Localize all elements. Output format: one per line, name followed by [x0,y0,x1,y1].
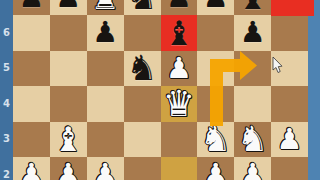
piece-white-pawn-g2[interactable]: ♟ [240,160,266,180]
piece-black-knight-d5[interactable]: ♞ [126,51,157,86]
square-e2[interactable] [161,157,198,180]
piece-white-rook-c7[interactable]: ♜ [90,0,120,14]
square-h4[interactable] [271,86,308,122]
piece-white-bishop-b3[interactable]: ♝ [53,122,83,156]
piece-white-pawn-f2[interactable]: ♟ [203,160,229,180]
square-g4[interactable] [234,86,271,122]
cell-g6: ♟ [234,15,271,51]
cell-e6: ♝ [161,15,198,51]
rank-label-5: 5 [0,63,13,73]
piece-white-knight-g3[interactable]: ♞ [237,122,268,157]
piece-black-pawn-f7[interactable]: ♟ [203,0,229,12]
cell-b7: ♟ [50,0,87,15]
cell-c7: ♜ [87,0,124,15]
cell-b2: ♟ [50,157,87,180]
cell-g7: ♝ [234,0,271,15]
red-highlight-overflow [271,0,314,16]
cell-e5: ♟ [161,51,198,87]
piece-white-pawn-a2[interactable]: ♟ [18,160,44,180]
piece-black-pawn-c6[interactable]: ♟ [92,18,118,47]
square-a5[interactable] [13,51,50,87]
piece-white-pawn-e5[interactable]: ♟ [166,54,192,83]
rank-label-3: 3 [0,134,13,144]
square-d2[interactable] [124,157,161,180]
square-f5[interactable] [197,51,234,87]
cell-b3: ♝ [50,122,87,158]
square-h5[interactable] [271,51,308,87]
background-right-strip [308,0,320,180]
square-d6[interactable] [124,15,161,51]
chess-board[interactable]: ♟♟♜♞♟♟♝♟♟♝♟♞♟♛♝♞♞♟♟♟♟♟♟ [0,0,320,180]
chess-analysis-screenshot: ♟♟♜♞♟♟♝♟♟♝♟♞♟♛♝♞♞♟♟♟♟♟♟ 65432 [0,0,320,180]
rank-label-4: 4 [0,99,13,109]
cell-c2: ♟ [87,157,124,180]
piece-white-pawn-c2[interactable]: ♟ [92,160,118,180]
square-a3[interactable] [13,122,50,158]
cell-f7: ♟ [197,0,234,15]
square-f6[interactable] [197,15,234,51]
cell-g3: ♞ [234,122,271,158]
square-g5[interactable] [234,51,271,87]
square-h6[interactable] [271,15,308,51]
square-c5[interactable] [87,51,124,87]
square-f4[interactable] [197,86,234,122]
cell-f2: ♟ [197,157,234,180]
rank-label-6: 6 [0,28,13,38]
cell-d5: ♞ [124,51,161,87]
square-b6[interactable] [50,15,87,51]
cell-a7: ♟ [13,0,50,15]
square-c4[interactable] [87,86,124,122]
piece-white-queen-e4[interactable]: ♛ [163,86,195,122]
cell-h3: ♟ [271,122,308,158]
square-d4[interactable] [124,86,161,122]
rank-label-2: 2 [0,170,13,180]
square-h2[interactable] [271,157,308,180]
cell-d7: ♞ [124,0,161,15]
piece-black-pawn-b7[interactable]: ♟ [55,0,81,12]
piece-black-pawn-a7[interactable]: ♟ [18,0,44,12]
piece-black-pawn-g6[interactable]: ♟ [240,18,266,47]
piece-black-pawn-e7[interactable]: ♟ [166,0,192,12]
piece-black-bishop-g7[interactable]: ♝ [237,0,267,14]
square-a4[interactable] [13,86,50,122]
cell-f3: ♞ [197,122,234,158]
square-e3[interactable] [161,122,198,158]
piece-black-knight-d7[interactable]: ♞ [126,0,157,15]
square-b5[interactable] [50,51,87,87]
square-b4[interactable] [50,86,87,122]
cell-g2: ♟ [234,157,271,180]
piece-white-knight-f3[interactable]: ♞ [200,122,231,157]
rank-coordinates: 65432 [0,0,13,180]
square-a6[interactable] [13,15,50,51]
piece-black-bishop-e6[interactable]: ♝ [164,16,194,50]
cell-e4: ♛ [161,86,198,122]
piece-white-pawn-b2[interactable]: ♟ [55,160,81,180]
cell-a2: ♟ [13,157,50,180]
square-c3[interactable] [87,122,124,158]
cell-c6: ♟ [87,15,124,51]
piece-white-pawn-h3[interactable]: ♟ [277,125,303,154]
square-d3[interactable] [124,122,161,158]
